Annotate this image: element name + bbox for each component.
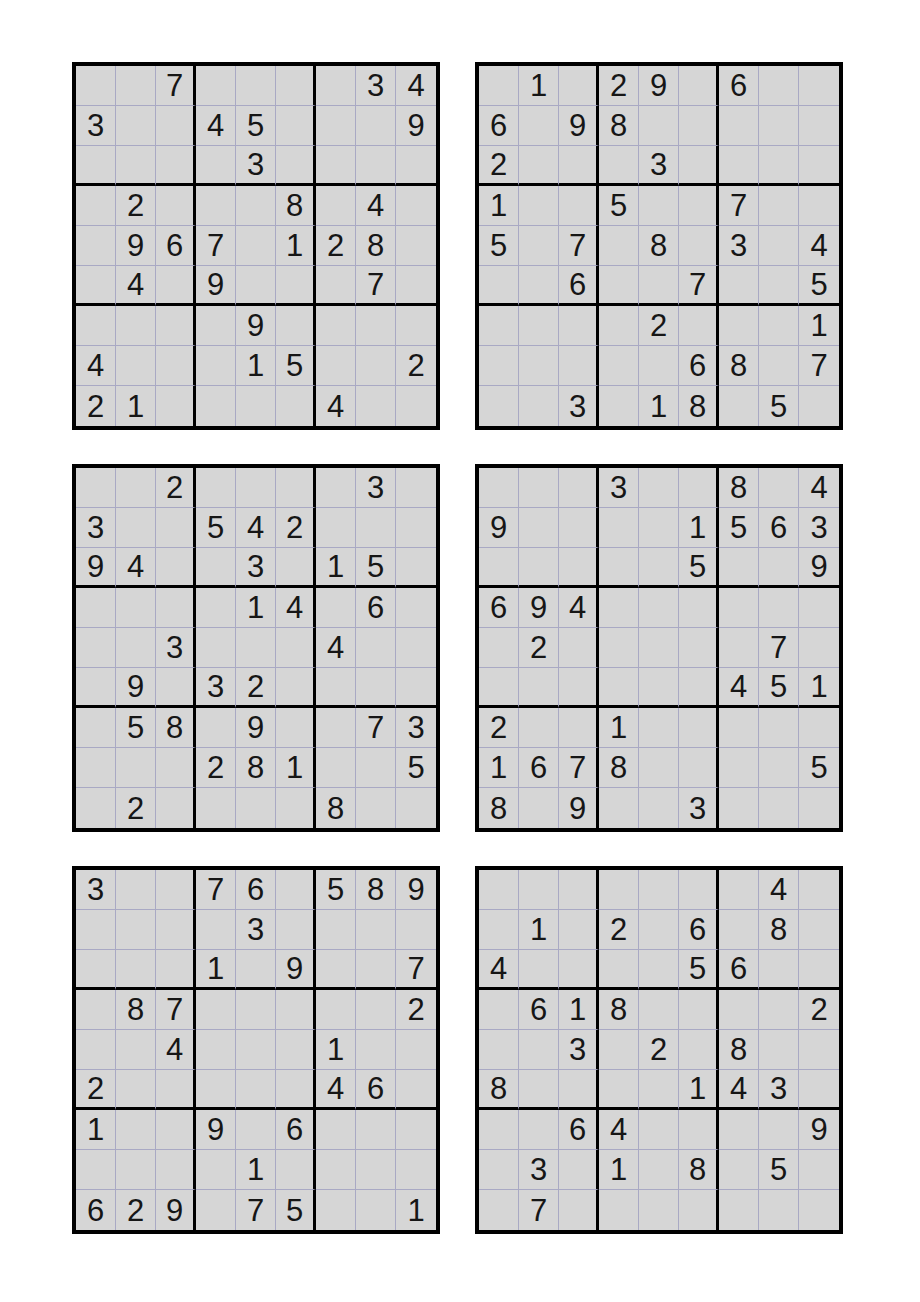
p2-cell-r1c9-empty[interactable]	[799, 66, 839, 106]
p6-cell-r9c4-empty[interactable]	[599, 1190, 639, 1230]
p2-cell-r8c1-empty[interactable]	[479, 346, 519, 386]
p3-cell-r9c8-empty[interactable]	[356, 788, 396, 828]
p3-cell-r3c6-empty[interactable]	[276, 548, 316, 588]
p3-cell-r8c8-empty[interactable]	[356, 748, 396, 788]
p6-cell-r1c9-empty[interactable]	[799, 870, 839, 910]
p3-cell-r7c6-empty[interactable]	[276, 708, 316, 748]
p1-cell-r9c3-empty[interactable]	[156, 386, 196, 426]
p6-cell-r3c4-empty[interactable]	[599, 950, 639, 990]
p2-cell-r6c2-empty[interactable]	[519, 266, 559, 306]
p1-cell-r2c6-empty[interactable]	[276, 106, 316, 146]
p2-cell-r4c2-empty[interactable]	[519, 186, 559, 226]
p5-cell-r4c8-empty[interactable]	[356, 990, 396, 1030]
p4-cell-r7c7-empty[interactable]	[719, 708, 759, 748]
p6-cell-r5c8-empty[interactable]	[759, 1030, 799, 1070]
p4-cell-r5c7-empty[interactable]	[719, 628, 759, 668]
p6-cell-r8c9-empty[interactable]	[799, 1150, 839, 1190]
p2-cell-r3c3-empty[interactable]	[559, 146, 599, 186]
p5-cell-r2c4-empty[interactable]	[196, 910, 236, 950]
p1-cell-r7c8-empty[interactable]	[356, 306, 396, 346]
p4-cell-r6c3-empty[interactable]	[559, 668, 599, 708]
p5-cell-r8c9-empty[interactable]	[396, 1150, 436, 1190]
p4-cell-r8c5-empty[interactable]	[639, 748, 679, 788]
p1-cell-r9c9-empty[interactable]	[396, 386, 436, 426]
p5-cell-r3c8-empty[interactable]	[356, 950, 396, 990]
p4-cell-r2c2-empty[interactable]	[519, 508, 559, 548]
p1-cell-r7c3-empty[interactable]	[156, 306, 196, 346]
p5-cell-r7c8-empty[interactable]	[356, 1110, 396, 1150]
p1-cell-r6c9-empty[interactable]	[396, 266, 436, 306]
p2-cell-r9c9-empty[interactable]	[799, 386, 839, 426]
p5-cell-r8c6-empty[interactable]	[276, 1150, 316, 1190]
p5-cell-r1c2-empty[interactable]	[116, 870, 156, 910]
p3-cell-r8c1-empty[interactable]	[76, 748, 116, 788]
p1-cell-r1c1-empty[interactable]	[76, 66, 116, 106]
p4-cell-r7c2-empty[interactable]	[519, 708, 559, 748]
p5-cell-r3c3-empty[interactable]	[156, 950, 196, 990]
p6-cell-r4c5-empty[interactable]	[639, 990, 679, 1030]
p3-cell-r8c7-empty[interactable]	[316, 748, 356, 788]
p2-cell-r6c8-empty[interactable]	[759, 266, 799, 306]
p1-cell-r3c8-empty[interactable]	[356, 146, 396, 186]
p6-cell-r5c4-empty[interactable]	[599, 1030, 639, 1070]
p2-cell-r2c6-empty[interactable]	[679, 106, 719, 146]
p3-cell-r2c9-empty[interactable]	[396, 508, 436, 548]
p4-cell-r6c6-empty[interactable]	[679, 668, 719, 708]
p3-cell-r6c7-empty[interactable]	[316, 668, 356, 708]
p6-cell-r8c3-empty[interactable]	[559, 1150, 599, 1190]
p1-cell-r9c5-empty[interactable]	[236, 386, 276, 426]
p3-cell-r8c2-empty[interactable]	[116, 748, 156, 788]
p6-cell-r9c7-empty[interactable]	[719, 1190, 759, 1230]
p1-cell-r7c1-empty[interactable]	[76, 306, 116, 346]
p1-cell-r3c7-empty[interactable]	[316, 146, 356, 186]
p4-cell-r3c2-empty[interactable]	[519, 548, 559, 588]
p5-cell-r8c3-empty[interactable]	[156, 1150, 196, 1190]
p4-cell-r5c4-empty[interactable]	[599, 628, 639, 668]
p5-cell-r8c1-empty[interactable]	[76, 1150, 116, 1190]
p3-cell-r9c5-empty[interactable]	[236, 788, 276, 828]
p3-cell-r6c1-empty[interactable]	[76, 668, 116, 708]
p3-cell-r2c3-empty[interactable]	[156, 508, 196, 548]
p2-cell-r4c5-empty[interactable]	[639, 186, 679, 226]
p6-cell-r6c2-empty[interactable]	[519, 1070, 559, 1110]
p3-cell-r4c9-empty[interactable]	[396, 588, 436, 628]
p2-cell-r3c9-empty[interactable]	[799, 146, 839, 186]
p5-cell-r1c3-empty[interactable]	[156, 870, 196, 910]
p5-cell-r7c2-empty[interactable]	[116, 1110, 156, 1150]
p6-cell-r7c7-empty[interactable]	[719, 1110, 759, 1150]
p4-cell-r1c2-empty[interactable]	[519, 468, 559, 508]
p1-cell-r6c7-empty[interactable]	[316, 266, 356, 306]
p1-cell-r8c4-empty[interactable]	[196, 346, 236, 386]
p3-cell-r3c9-empty[interactable]	[396, 548, 436, 588]
p4-cell-r3c5-empty[interactable]	[639, 548, 679, 588]
p4-cell-r9c7-empty[interactable]	[719, 788, 759, 828]
p5-cell-r4c4-empty[interactable]	[196, 990, 236, 1030]
p6-cell-r5c9-empty[interactable]	[799, 1030, 839, 1070]
p5-cell-r2c2-empty[interactable]	[116, 910, 156, 950]
p1-cell-r4c9-empty[interactable]	[396, 186, 436, 226]
p4-cell-r6c2-empty[interactable]	[519, 668, 559, 708]
p6-cell-r2c1-empty[interactable]	[479, 910, 519, 950]
p2-cell-r5c6-empty[interactable]	[679, 226, 719, 266]
p2-cell-r8c8-empty[interactable]	[759, 346, 799, 386]
p2-cell-r1c8-empty[interactable]	[759, 66, 799, 106]
p2-cell-r5c8-empty[interactable]	[759, 226, 799, 266]
p5-cell-r3c1-empty[interactable]	[76, 950, 116, 990]
p2-cell-r8c5-empty[interactable]	[639, 346, 679, 386]
p5-cell-r2c8-empty[interactable]	[356, 910, 396, 950]
p6-cell-r2c3-empty[interactable]	[559, 910, 599, 950]
p6-cell-r3c3-empty[interactable]	[559, 950, 599, 990]
p6-cell-r6c4-empty[interactable]	[599, 1070, 639, 1110]
p2-cell-r7c1-empty[interactable]	[479, 306, 519, 346]
p4-cell-r5c3-empty[interactable]	[559, 628, 599, 668]
p1-cell-r7c2-empty[interactable]	[116, 306, 156, 346]
p5-cell-r6c5-empty[interactable]	[236, 1070, 276, 1110]
p5-cell-r2c1-empty[interactable]	[76, 910, 116, 950]
p5-cell-r8c8-empty[interactable]	[356, 1150, 396, 1190]
p3-cell-r8c3-empty[interactable]	[156, 748, 196, 788]
p3-cell-r6c8-empty[interactable]	[356, 668, 396, 708]
p1-cell-r7c6-empty[interactable]	[276, 306, 316, 346]
p4-cell-r2c3-empty[interactable]	[559, 508, 599, 548]
p6-cell-r1c7-empty[interactable]	[719, 870, 759, 910]
p1-cell-r8c2-empty[interactable]	[116, 346, 156, 386]
p4-cell-r7c3-empty[interactable]	[559, 708, 599, 748]
p4-cell-r8c8-empty[interactable]	[759, 748, 799, 788]
p6-cell-r4c7-empty[interactable]	[719, 990, 759, 1030]
p2-cell-r4c6-empty[interactable]	[679, 186, 719, 226]
p2-cell-r7c6-empty[interactable]	[679, 306, 719, 346]
p4-cell-r3c1-empty[interactable]	[479, 548, 519, 588]
p5-cell-r4c6-empty[interactable]	[276, 990, 316, 1030]
p1-cell-r1c5-empty[interactable]	[236, 66, 276, 106]
p2-cell-r9c7-empty[interactable]	[719, 386, 759, 426]
p4-cell-r4c7-empty[interactable]	[719, 588, 759, 628]
p1-cell-r9c4-empty[interactable]	[196, 386, 236, 426]
p1-cell-r1c2-empty[interactable]	[116, 66, 156, 106]
p3-cell-r2c7-empty[interactable]	[316, 508, 356, 548]
p4-cell-r1c3-empty[interactable]	[559, 468, 599, 508]
p3-cell-r1c6-empty[interactable]	[276, 468, 316, 508]
p4-cell-r1c8-empty[interactable]	[759, 468, 799, 508]
p3-cell-r4c7-empty[interactable]	[316, 588, 356, 628]
p2-cell-r8c2-empty[interactable]	[519, 346, 559, 386]
p3-cell-r6c9-empty[interactable]	[396, 668, 436, 708]
p5-cell-r5c6-empty[interactable]	[276, 1030, 316, 1070]
p3-cell-r4c1-empty[interactable]	[76, 588, 116, 628]
p5-cell-r6c4-empty[interactable]	[196, 1070, 236, 1110]
p5-cell-r2c9-empty[interactable]	[396, 910, 436, 950]
p1-cell-r4c3-empty[interactable]	[156, 186, 196, 226]
p2-cell-r6c7-empty[interactable]	[719, 266, 759, 306]
p3-cell-r5c4-empty[interactable]	[196, 628, 236, 668]
p2-cell-r1c6-empty[interactable]	[679, 66, 719, 106]
p2-cell-r4c9-empty[interactable]	[799, 186, 839, 226]
p6-cell-r7c8-empty[interactable]	[759, 1110, 799, 1150]
p2-cell-r7c8-empty[interactable]	[759, 306, 799, 346]
p5-cell-r5c4-empty[interactable]	[196, 1030, 236, 1070]
p5-cell-r6c6-empty[interactable]	[276, 1070, 316, 1110]
p5-cell-r9c4-empty[interactable]	[196, 1190, 236, 1230]
p6-cell-r5c6-empty[interactable]	[679, 1030, 719, 1070]
p3-cell-r3c4-empty[interactable]	[196, 548, 236, 588]
p1-cell-r8c7-empty[interactable]	[316, 346, 356, 386]
p1-cell-r4c5-empty[interactable]	[236, 186, 276, 226]
p2-cell-r2c5-empty[interactable]	[639, 106, 679, 146]
p1-cell-r3c4-empty[interactable]	[196, 146, 236, 186]
p6-cell-r7c6-empty[interactable]	[679, 1110, 719, 1150]
p5-cell-r3c7-empty[interactable]	[316, 950, 356, 990]
p3-cell-r1c1-empty[interactable]	[76, 468, 116, 508]
p6-cell-r7c1-empty[interactable]	[479, 1110, 519, 1150]
p3-cell-r1c5-empty[interactable]	[236, 468, 276, 508]
p4-cell-r5c6-empty[interactable]	[679, 628, 719, 668]
p4-cell-r4c8-empty[interactable]	[759, 588, 799, 628]
p1-cell-r3c9-empty[interactable]	[396, 146, 436, 186]
p2-cell-r3c8-empty[interactable]	[759, 146, 799, 186]
p6-cell-r5c1-empty[interactable]	[479, 1030, 519, 1070]
p4-cell-r7c9-empty[interactable]	[799, 708, 839, 748]
p2-cell-r2c8-empty[interactable]	[759, 106, 799, 146]
p6-cell-r9c3-empty[interactable]	[559, 1190, 599, 1230]
p4-cell-r4c5-empty[interactable]	[639, 588, 679, 628]
p5-cell-r5c5-empty[interactable]	[236, 1030, 276, 1070]
p6-cell-r8c7-empty[interactable]	[719, 1150, 759, 1190]
p1-cell-r2c2-empty[interactable]	[116, 106, 156, 146]
p5-cell-r4c7-empty[interactable]	[316, 990, 356, 1030]
p2-cell-r1c1-empty[interactable]	[479, 66, 519, 106]
p2-cell-r7c2-empty[interactable]	[519, 306, 559, 346]
p6-cell-r1c4-empty[interactable]	[599, 870, 639, 910]
p6-cell-r7c5-empty[interactable]	[639, 1110, 679, 1150]
p3-cell-r6c6-empty[interactable]	[276, 668, 316, 708]
p1-cell-r5c9-empty[interactable]	[396, 226, 436, 266]
p6-cell-r3c2-empty[interactable]	[519, 950, 559, 990]
p4-cell-r1c1-empty[interactable]	[479, 468, 519, 508]
p2-cell-r6c1-empty[interactable]	[479, 266, 519, 306]
p1-cell-r3c3-empty[interactable]	[156, 146, 196, 186]
p6-cell-r9c8-empty[interactable]	[759, 1190, 799, 1230]
p1-cell-r6c1-empty[interactable]	[76, 266, 116, 306]
p2-cell-r7c7-empty[interactable]	[719, 306, 759, 346]
p3-cell-r4c4-empty[interactable]	[196, 588, 236, 628]
p2-cell-r3c7-empty[interactable]	[719, 146, 759, 186]
p1-cell-r9c6-empty[interactable]	[276, 386, 316, 426]
p5-cell-r7c5-empty[interactable]	[236, 1110, 276, 1150]
p5-cell-r2c3-empty[interactable]	[156, 910, 196, 950]
p6-cell-r8c1-empty[interactable]	[479, 1150, 519, 1190]
p4-cell-r4c9-empty[interactable]	[799, 588, 839, 628]
p5-cell-r2c6-empty[interactable]	[276, 910, 316, 950]
p5-cell-r6c2-empty[interactable]	[116, 1070, 156, 1110]
p1-cell-r7c4-empty[interactable]	[196, 306, 236, 346]
p4-cell-r9c5-empty[interactable]	[639, 788, 679, 828]
p5-cell-r7c9-empty[interactable]	[396, 1110, 436, 1150]
p5-cell-r5c1-empty[interactable]	[76, 1030, 116, 1070]
p2-cell-r9c1-empty[interactable]	[479, 386, 519, 426]
p4-cell-r8c7-empty[interactable]	[719, 748, 759, 788]
p2-cell-r6c5-empty[interactable]	[639, 266, 679, 306]
p1-cell-r4c1-empty[interactable]	[76, 186, 116, 226]
p2-cell-r4c3-empty[interactable]	[559, 186, 599, 226]
p6-cell-r1c1-empty[interactable]	[479, 870, 519, 910]
p4-cell-r1c5-empty[interactable]	[639, 468, 679, 508]
p3-cell-r2c8-empty[interactable]	[356, 508, 396, 548]
p3-cell-r9c3-empty[interactable]	[156, 788, 196, 828]
p2-cell-r9c4-empty[interactable]	[599, 386, 639, 426]
p4-cell-r6c1-empty[interactable]	[479, 668, 519, 708]
p3-cell-r1c7-empty[interactable]	[316, 468, 356, 508]
p3-cell-r9c9-empty[interactable]	[396, 788, 436, 828]
p1-cell-r3c6-empty[interactable]	[276, 146, 316, 186]
p6-cell-r1c2-empty[interactable]	[519, 870, 559, 910]
p5-cell-r5c9-empty[interactable]	[396, 1030, 436, 1070]
p1-cell-r6c3-empty[interactable]	[156, 266, 196, 306]
p6-cell-r9c9-empty[interactable]	[799, 1190, 839, 1230]
p1-cell-r1c6-empty[interactable]	[276, 66, 316, 106]
p6-cell-r4c1-empty[interactable]	[479, 990, 519, 1030]
p4-cell-r5c9-empty[interactable]	[799, 628, 839, 668]
p3-cell-r7c1-empty[interactable]	[76, 708, 116, 748]
p2-cell-r7c3-empty[interactable]	[559, 306, 599, 346]
p2-cell-r5c4-empty[interactable]	[599, 226, 639, 266]
p6-cell-r9c5-empty[interactable]	[639, 1190, 679, 1230]
p2-cell-r3c4-empty[interactable]	[599, 146, 639, 186]
p6-cell-r2c7-empty[interactable]	[719, 910, 759, 950]
p4-cell-r5c5-empty[interactable]	[639, 628, 679, 668]
p1-cell-r4c4-empty[interactable]	[196, 186, 236, 226]
p4-cell-r7c6-empty[interactable]	[679, 708, 719, 748]
p4-cell-r9c9-empty[interactable]	[799, 788, 839, 828]
p2-cell-r3c6-empty[interactable]	[679, 146, 719, 186]
p6-cell-r3c8-empty[interactable]	[759, 950, 799, 990]
p2-cell-r2c9-empty[interactable]	[799, 106, 839, 146]
p2-cell-r1c3-empty[interactable]	[559, 66, 599, 106]
p4-cell-r5c1-empty[interactable]	[479, 628, 519, 668]
p6-cell-r9c1-empty[interactable]	[479, 1190, 519, 1230]
p1-cell-r1c7-empty[interactable]	[316, 66, 356, 106]
p3-cell-r5c2-empty[interactable]	[116, 628, 156, 668]
p4-cell-r4c6-empty[interactable]	[679, 588, 719, 628]
p2-cell-r9c2-empty[interactable]	[519, 386, 559, 426]
p4-cell-r2c5-empty[interactable]	[639, 508, 679, 548]
p4-cell-r3c8-empty[interactable]	[759, 548, 799, 588]
p2-cell-r6c4-empty[interactable]	[599, 266, 639, 306]
p6-cell-r6c9-empty[interactable]	[799, 1070, 839, 1110]
p1-cell-r3c1-empty[interactable]	[76, 146, 116, 186]
p1-cell-r5c5-empty[interactable]	[236, 226, 276, 266]
p5-cell-r8c4-empty[interactable]	[196, 1150, 236, 1190]
p3-cell-r1c4-empty[interactable]	[196, 468, 236, 508]
p2-cell-r3c2-empty[interactable]	[519, 146, 559, 186]
p5-cell-r9c8-empty[interactable]	[356, 1190, 396, 1230]
p1-cell-r3c2-empty[interactable]	[116, 146, 156, 186]
p2-cell-r2c7-empty[interactable]	[719, 106, 759, 146]
p5-cell-r5c2-empty[interactable]	[116, 1030, 156, 1070]
p3-cell-r9c4-empty[interactable]	[196, 788, 236, 828]
p3-cell-r1c9-empty[interactable]	[396, 468, 436, 508]
p1-cell-r2c7-empty[interactable]	[316, 106, 356, 146]
p3-cell-r9c1-empty[interactable]	[76, 788, 116, 828]
p5-cell-r8c2-empty[interactable]	[116, 1150, 156, 1190]
p3-cell-r3c3-empty[interactable]	[156, 548, 196, 588]
p4-cell-r7c8-empty[interactable]	[759, 708, 799, 748]
p6-cell-r4c6-empty[interactable]	[679, 990, 719, 1030]
p3-cell-r9c6-empty[interactable]	[276, 788, 316, 828]
p4-cell-r4c4-empty[interactable]	[599, 588, 639, 628]
p6-cell-r7c2-empty[interactable]	[519, 1110, 559, 1150]
p3-cell-r7c7-empty[interactable]	[316, 708, 356, 748]
p4-cell-r6c5-empty[interactable]	[639, 668, 679, 708]
p1-cell-r5c1-empty[interactable]	[76, 226, 116, 266]
p2-cell-r5c2-empty[interactable]	[519, 226, 559, 266]
p3-cell-r4c2-empty[interactable]	[116, 588, 156, 628]
p1-cell-r9c8-empty[interactable]	[356, 386, 396, 426]
p4-cell-r7c5-empty[interactable]	[639, 708, 679, 748]
p1-cell-r7c9-empty[interactable]	[396, 306, 436, 346]
p4-cell-r2c4-empty[interactable]	[599, 508, 639, 548]
p6-cell-r1c3-empty[interactable]	[559, 870, 599, 910]
p2-cell-r8c4-empty[interactable]	[599, 346, 639, 386]
p2-cell-r2c2-empty[interactable]	[519, 106, 559, 146]
p5-cell-r7c3-empty[interactable]	[156, 1110, 196, 1150]
p3-cell-r5c8-empty[interactable]	[356, 628, 396, 668]
p5-cell-r6c9-empty[interactable]	[396, 1070, 436, 1110]
p1-cell-r7c7-empty[interactable]	[316, 306, 356, 346]
p3-cell-r5c6-empty[interactable]	[276, 628, 316, 668]
p5-cell-r7c7-empty[interactable]	[316, 1110, 356, 1150]
p5-cell-r4c1-empty[interactable]	[76, 990, 116, 1030]
p4-cell-r9c4-empty[interactable]	[599, 788, 639, 828]
p5-cell-r8c7-empty[interactable]	[316, 1150, 356, 1190]
p3-cell-r4c3-empty[interactable]	[156, 588, 196, 628]
p6-cell-r1c6-empty[interactable]	[679, 870, 719, 910]
p3-cell-r5c1-empty[interactable]	[76, 628, 116, 668]
p1-cell-r6c5-empty[interactable]	[236, 266, 276, 306]
p4-cell-r3c7-empty[interactable]	[719, 548, 759, 588]
p2-cell-r4c8-empty[interactable]	[759, 186, 799, 226]
p5-cell-r5c8-empty[interactable]	[356, 1030, 396, 1070]
p6-cell-r8c5-empty[interactable]	[639, 1150, 679, 1190]
p4-cell-r8c6-empty[interactable]	[679, 748, 719, 788]
p1-cell-r2c3-empty[interactable]	[156, 106, 196, 146]
p6-cell-r3c5-empty[interactable]	[639, 950, 679, 990]
p4-cell-r9c2-empty[interactable]	[519, 788, 559, 828]
p5-cell-r3c2-empty[interactable]	[116, 950, 156, 990]
p6-cell-r1c5-empty[interactable]	[639, 870, 679, 910]
p5-cell-r2c7-empty[interactable]	[316, 910, 356, 950]
p6-cell-r2c9-empty[interactable]	[799, 910, 839, 950]
p4-cell-r3c4-empty[interactable]	[599, 548, 639, 588]
p1-cell-r6c6-empty[interactable]	[276, 266, 316, 306]
p3-cell-r7c4-empty[interactable]	[196, 708, 236, 748]
p4-cell-r9c8-empty[interactable]	[759, 788, 799, 828]
p5-cell-r1c6-empty[interactable]	[276, 870, 316, 910]
p6-cell-r9c6-empty[interactable]	[679, 1190, 719, 1230]
p3-cell-r6c3-empty[interactable]	[156, 668, 196, 708]
p2-cell-r7c4-empty[interactable]	[599, 306, 639, 346]
p1-cell-r1c4-empty[interactable]	[196, 66, 236, 106]
p3-cell-r5c9-empty[interactable]	[396, 628, 436, 668]
p4-cell-r1c6-empty[interactable]	[679, 468, 719, 508]
p6-cell-r6c3-empty[interactable]	[559, 1070, 599, 1110]
p6-cell-r6c5-empty[interactable]	[639, 1070, 679, 1110]
p5-cell-r6c3-empty[interactable]	[156, 1070, 196, 1110]
p2-cell-r8c3-empty[interactable]	[559, 346, 599, 386]
